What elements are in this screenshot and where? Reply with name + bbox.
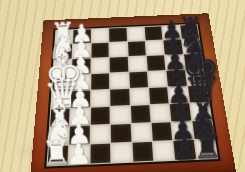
square-a8: ♜: [194, 139, 217, 159]
square-e4: [110, 73, 129, 89]
square-a5: [132, 142, 153, 162]
square-g4: [109, 42, 127, 57]
square-c4: [111, 106, 131, 124]
board-rotation-layer: ♜♟♟♜♞♟♟♞♝♟♟♝♚♟♟♚♛♟♟♛♝♟♟♝♞♟♟♞♜♟♟♜: [0, 0, 245, 172]
perspective-scene: ♜♟♟♜♞♟♟♞♝♟♟♝♚♟♟♚♛♟♟♛♝♟♟♝♞♟♟♞♜♟♟♜: [0, 0, 245, 172]
board-inner-rim: ♜♟♟♜♞♟♟♞♝♟♟♝♚♟♟♚♛♟♟♛♝♟♟♝♞♟♟♞♜♟♟♜: [44, 22, 221, 168]
square-f4: [110, 57, 128, 73]
square-e5: [129, 72, 148, 88]
square-b5: [131, 123, 151, 142]
square-a4: [111, 143, 132, 163]
square-h4: [109, 28, 126, 42]
square-a1: ♜: [48, 146, 69, 166]
square-h5: [127, 27, 145, 41]
square-c5: [130, 105, 150, 123]
square-f5: [128, 56, 147, 72]
white-rook-a1: ♜: [39, 136, 74, 171]
square-d5: [130, 88, 149, 105]
chess-board-frame: ♜♟♟♜♞♟♟♞♝♟♟♝♚♟♟♚♛♟♟♛♝♟♟♝♞♟♟♞♜♟♟♜: [29, 13, 236, 172]
square-g5: [128, 41, 146, 56]
black-rook-a8: ♜: [190, 129, 225, 164]
chess-set-photo: ♜♟♟♜♞♟♟♞♝♟♟♝♚♟♟♚♛♟♟♛♝♟♟♝♞♟♟♞♜♟♟♜: [0, 0, 245, 172]
square-d4: [110, 89, 129, 106]
square-b4: [111, 124, 131, 143]
board-grid: ♜♟♟♜♞♟♟♞♝♟♟♝♚♟♟♚♛♟♟♛♝♟♟♝♞♟♟♞♜♟♟♜: [46, 24, 218, 167]
